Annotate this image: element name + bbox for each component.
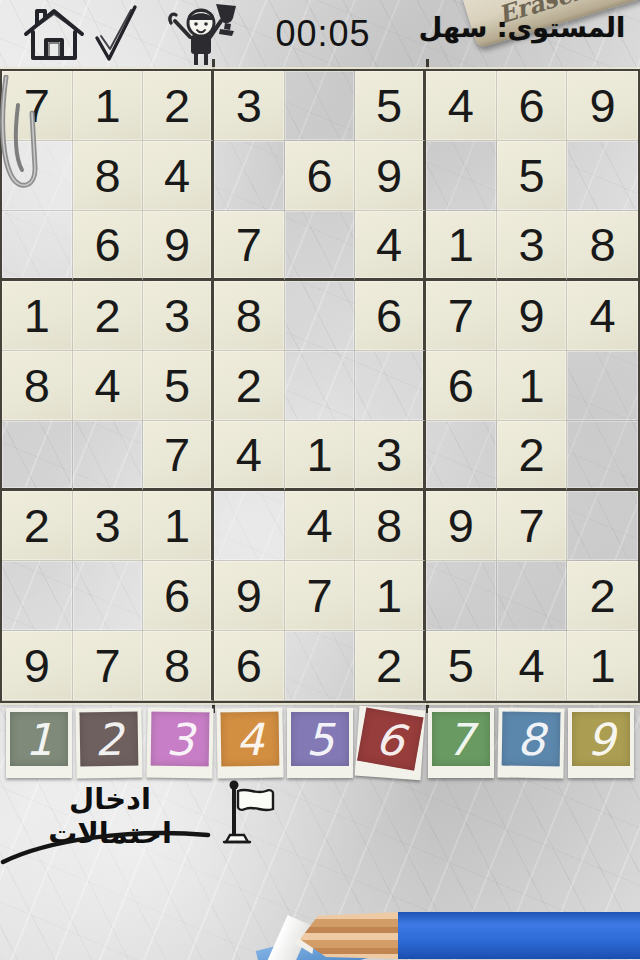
check-solution-button[interactable] [92, 2, 142, 69]
cell-r8c8[interactable] [497, 561, 568, 631]
cell-r7c1[interactable]: 2 [2, 491, 73, 561]
cell-r5c9[interactable] [567, 351, 638, 421]
number-button-6[interactable]: 6 [355, 706, 426, 780]
cell-r3c6[interactable]: 4 [355, 211, 426, 281]
cell-r9c4[interactable]: 6 [214, 631, 285, 701]
cell-r5c5[interactable] [285, 351, 356, 421]
cell-r5c1[interactable]: 8 [2, 351, 73, 421]
home-icon [22, 7, 86, 61]
cell-r5c8[interactable]: 1 [497, 351, 568, 421]
cell-r1c8[interactable]: 6 [497, 71, 568, 141]
cell-r1c9[interactable]: 9 [567, 71, 638, 141]
number-button-swatch: 8 [501, 711, 560, 766]
cell-r9c2[interactable]: 7 [73, 631, 144, 701]
cell-r4c2[interactable]: 2 [73, 281, 144, 351]
cell-r3c5[interactable] [285, 211, 356, 281]
cell-r4c7[interactable]: 7 [426, 281, 497, 351]
cell-r1c3[interactable]: 2 [143, 71, 214, 141]
cell-r7c9[interactable] [567, 491, 638, 561]
cell-r3c8[interactable]: 3 [497, 211, 568, 281]
level-label: المستوى: سهل [412, 12, 632, 43]
home-button[interactable] [22, 7, 86, 64]
cell-r7c5[interactable]: 4 [285, 491, 356, 561]
number-button-swatch: 5 [291, 712, 349, 766]
cell-r6c7[interactable] [426, 421, 497, 491]
cell-r7c3[interactable]: 1 [143, 491, 214, 561]
cell-r5c7[interactable]: 6 [426, 351, 497, 421]
number-button-swatch: 3 [150, 711, 209, 766]
cell-r9c7[interactable]: 5 [426, 631, 497, 701]
cell-r1c6[interactable]: 5 [355, 71, 426, 141]
cell-r3c9[interactable]: 8 [567, 211, 638, 281]
cell-r4c1[interactable]: 1 [2, 281, 73, 351]
number-buttons: 123456789 [0, 706, 640, 782]
cell-r4c3[interactable]: 3 [143, 281, 214, 351]
cell-r1c2[interactable]: 1 [73, 71, 144, 141]
cell-r1c5[interactable] [285, 71, 356, 141]
cell-r6c5[interactable]: 1 [285, 421, 356, 491]
number-button-swatch: 2 [80, 711, 139, 766]
cell-r9c1[interactable]: 9 [2, 631, 73, 701]
cell-r8c2[interactable] [73, 561, 144, 631]
cell-r2c3[interactable]: 4 [143, 141, 214, 211]
flag-icon [222, 778, 278, 848]
cell-r6c2[interactable] [73, 421, 144, 491]
timer: 00:05 [268, 13, 378, 55]
cell-r2c6[interactable]: 9 [355, 141, 426, 211]
cell-r2c4[interactable] [214, 141, 285, 211]
cell-r9c8[interactable]: 4 [497, 631, 568, 701]
cell-r2c7[interactable] [426, 141, 497, 211]
cell-r3c1[interactable] [2, 211, 73, 281]
number-button-swatch: 4 [220, 711, 279, 766]
cell-r4c9[interactable]: 4 [567, 281, 638, 351]
cell-r5c4[interactable]: 2 [214, 351, 285, 421]
cell-r4c6[interactable]: 6 [355, 281, 426, 351]
cell-r6c6[interactable]: 3 [355, 421, 426, 491]
number-button-8[interactable]: 8 [497, 707, 564, 778]
number-button-swatch: 7 [432, 712, 490, 766]
cell-r3c7[interactable]: 1 [426, 211, 497, 281]
number-button-2[interactable]: 2 [76, 707, 143, 778]
cell-r8c6[interactable]: 1 [355, 561, 426, 631]
cell-r2c9[interactable] [567, 141, 638, 211]
cell-r5c2[interactable]: 4 [73, 351, 144, 421]
number-button-4[interactable]: 4 [216, 707, 283, 778]
cell-r9c9[interactable]: 1 [567, 631, 638, 701]
cell-r2c8[interactable]: 5 [497, 141, 568, 211]
cell-r4c8[interactable]: 9 [497, 281, 568, 351]
app-screen: MEMORIES, SAVE THE Eraser [0, 0, 640, 960]
number-button-swatch: 6 [357, 707, 423, 770]
cell-r6c1[interactable] [2, 421, 73, 491]
cell-r7c2[interactable]: 3 [73, 491, 144, 561]
check-icon [92, 2, 142, 66]
cell-r5c3[interactable]: 5 [143, 351, 214, 421]
cell-r8c1[interactable] [2, 561, 73, 631]
sudoku-board: 7123546984695697413812386794845261741322… [0, 69, 640, 703]
paperclip-graphic [0, 75, 44, 211]
number-button-3[interactable]: 3 [146, 707, 213, 778]
cell-r8c4[interactable]: 9 [214, 561, 285, 631]
top-bar: MEMORIES, SAVE THE Eraser [0, 0, 640, 68]
number-button-9[interactable]: 9 [568, 708, 634, 778]
cell-r4c5[interactable] [285, 281, 356, 351]
cell-r3c4[interactable]: 7 [214, 211, 285, 281]
cell-r7c4[interactable] [214, 491, 285, 561]
cell-r3c2[interactable]: 6 [73, 211, 144, 281]
cell-r9c3[interactable]: 8 [143, 631, 214, 701]
underline-graphic [0, 824, 214, 866]
cell-r7c8[interactable]: 7 [497, 491, 568, 561]
cell-r6c9[interactable] [567, 421, 638, 491]
cell-r4c4[interactable]: 8 [214, 281, 285, 351]
number-button-5[interactable]: 5 [287, 708, 353, 778]
number-button-7[interactable]: 7 [428, 708, 494, 778]
cell-r3c3[interactable]: 9 [143, 211, 214, 281]
cell-r6c3[interactable]: 7 [143, 421, 214, 491]
board-area: 7123546984695697413812386794845261741322… [0, 69, 640, 703]
cell-r8c5[interactable]: 7 [285, 561, 356, 631]
trophy-character-icon [163, 1, 243, 65]
cell-r8c3[interactable]: 6 [143, 561, 214, 631]
achievements-button[interactable] [163, 1, 243, 68]
cell-r5c6[interactable] [355, 351, 426, 421]
cell-r2c2[interactable]: 8 [73, 141, 144, 211]
cell-r6c8[interactable]: 2 [497, 421, 568, 491]
cell-r9c6[interactable]: 2 [355, 631, 426, 701]
cell-r8c7[interactable] [426, 561, 497, 631]
number-button-1[interactable]: 1 [6, 708, 72, 778]
candidates-toggle[interactable]: ادخال احتمالات [0, 776, 300, 872]
number-button-swatch: 9 [572, 712, 630, 766]
cell-r2c5[interactable]: 6 [285, 141, 356, 211]
cell-r6c4[interactable]: 4 [214, 421, 285, 491]
pencil-body [398, 912, 640, 959]
cell-r7c7[interactable]: 9 [426, 491, 497, 561]
cell-r9c5[interactable] [285, 631, 356, 701]
number-button-swatch: 1 [10, 712, 68, 766]
cell-r1c4[interactable]: 3 [214, 71, 285, 141]
cell-r8c9[interactable]: 2 [567, 561, 638, 631]
cell-r1c7[interactable]: 4 [426, 71, 497, 141]
cell-r7c6[interactable]: 8 [355, 491, 426, 561]
